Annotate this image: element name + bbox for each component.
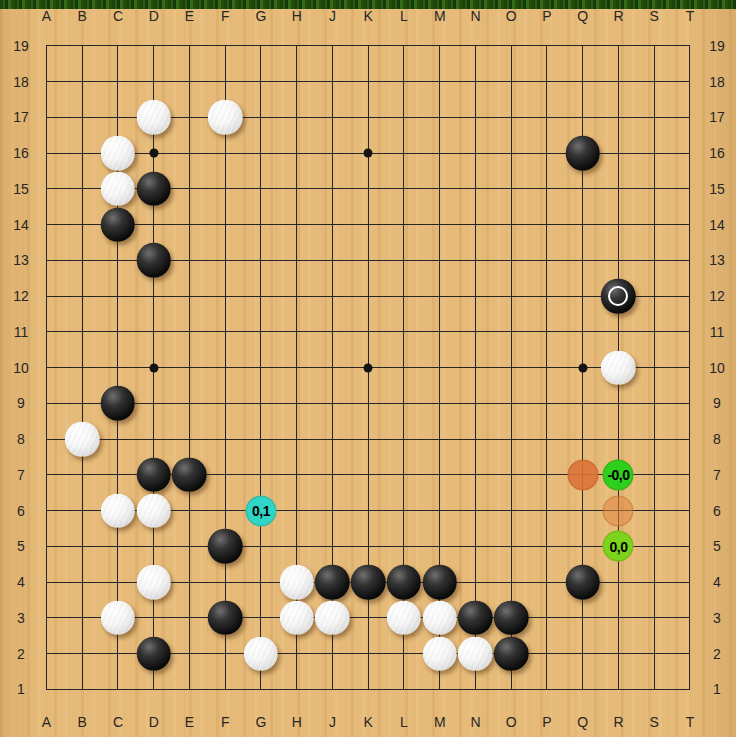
point-O5[interactable]: [493, 529, 529, 565]
point-K6[interactable]: [350, 493, 386, 529]
point-K19[interactable]: [350, 28, 386, 64]
point-Q1[interactable]: [565, 672, 601, 708]
point-C6[interactable]: [100, 493, 136, 529]
point-T14[interactable]: [672, 207, 708, 243]
point-L8[interactable]: [386, 421, 422, 457]
point-L5[interactable]: [386, 529, 422, 565]
point-P16[interactable]: [529, 135, 565, 171]
analysis-marker-Q7[interactable]: [567, 459, 598, 490]
point-O6[interactable]: [493, 493, 529, 529]
point-B3[interactable]: [64, 600, 100, 636]
point-M18[interactable]: [422, 64, 458, 100]
point-M12[interactable]: [422, 278, 458, 314]
point-K4[interactable]: [350, 564, 386, 600]
point-A6[interactable]: [29, 493, 65, 529]
point-M10[interactable]: [422, 350, 458, 386]
point-E17[interactable]: [172, 100, 208, 136]
point-L15[interactable]: [386, 171, 422, 207]
point-L1[interactable]: [386, 672, 422, 708]
point-R15[interactable]: [601, 171, 637, 207]
point-C13[interactable]: [100, 243, 136, 279]
point-E7[interactable]: [172, 457, 208, 493]
point-H8[interactable]: [279, 421, 315, 457]
point-G11[interactable]: [243, 314, 279, 350]
point-T11[interactable]: [672, 314, 708, 350]
point-M9[interactable]: [422, 386, 458, 422]
point-C18[interactable]: [100, 64, 136, 100]
point-Q14[interactable]: [565, 207, 601, 243]
point-G5[interactable]: [243, 529, 279, 565]
point-Q8[interactable]: [565, 421, 601, 457]
point-D1[interactable]: [136, 672, 172, 708]
point-D8[interactable]: [136, 421, 172, 457]
point-K15[interactable]: [350, 171, 386, 207]
point-K9[interactable]: [350, 386, 386, 422]
point-A2[interactable]: [29, 636, 65, 672]
point-F10[interactable]: [207, 350, 243, 386]
point-M8[interactable]: [422, 421, 458, 457]
point-H10[interactable]: [279, 350, 315, 386]
point-D15[interactable]: [136, 171, 172, 207]
point-N3[interactable]: [458, 600, 494, 636]
point-N4[interactable]: [458, 564, 494, 600]
point-P14[interactable]: [529, 207, 565, 243]
point-S14[interactable]: [636, 207, 672, 243]
point-A17[interactable]: [29, 100, 65, 136]
point-E19[interactable]: [172, 28, 208, 64]
point-C3[interactable]: [100, 600, 136, 636]
point-O8[interactable]: [493, 421, 529, 457]
point-L6[interactable]: [386, 493, 422, 529]
point-G15[interactable]: [243, 171, 279, 207]
point-J7[interactable]: [315, 457, 351, 493]
point-R2[interactable]: [601, 636, 637, 672]
point-E5[interactable]: [172, 529, 208, 565]
point-F1[interactable]: [207, 672, 243, 708]
point-B18[interactable]: [64, 64, 100, 100]
point-J2[interactable]: [315, 636, 351, 672]
point-S13[interactable]: [636, 243, 672, 279]
point-T1[interactable]: [672, 672, 708, 708]
point-H11[interactable]: [279, 314, 315, 350]
point-K13[interactable]: [350, 243, 386, 279]
point-O4[interactable]: [493, 564, 529, 600]
point-P12[interactable]: [529, 278, 565, 314]
point-N5[interactable]: [458, 529, 494, 565]
point-K2[interactable]: [350, 636, 386, 672]
point-H13[interactable]: [279, 243, 315, 279]
point-S8[interactable]: [636, 421, 672, 457]
point-C14[interactable]: [100, 207, 136, 243]
point-F7[interactable]: [207, 457, 243, 493]
point-J17[interactable]: [315, 100, 351, 136]
point-O16[interactable]: [493, 135, 529, 171]
point-Q12[interactable]: [565, 278, 601, 314]
point-L19[interactable]: [386, 28, 422, 64]
point-E6[interactable]: [172, 493, 208, 529]
point-Q17[interactable]: [565, 100, 601, 136]
point-N18[interactable]: [458, 64, 494, 100]
point-D2[interactable]: [136, 636, 172, 672]
point-S3[interactable]: [636, 600, 672, 636]
point-N11[interactable]: [458, 314, 494, 350]
point-A14[interactable]: [29, 207, 65, 243]
point-J10[interactable]: [315, 350, 351, 386]
point-B4[interactable]: [64, 564, 100, 600]
point-K16[interactable]: [350, 135, 386, 171]
point-S10[interactable]: [636, 350, 672, 386]
point-N6[interactable]: [458, 493, 494, 529]
point-B8[interactable]: [64, 421, 100, 457]
point-J16[interactable]: [315, 135, 351, 171]
point-P10[interactable]: [529, 350, 565, 386]
point-T3[interactable]: [672, 600, 708, 636]
point-R4[interactable]: [601, 564, 637, 600]
point-N8[interactable]: [458, 421, 494, 457]
point-B6[interactable]: [64, 493, 100, 529]
point-R7[interactable]: -0,0: [601, 457, 637, 493]
point-C8[interactable]: [100, 421, 136, 457]
point-C4[interactable]: [100, 564, 136, 600]
point-D19[interactable]: [136, 28, 172, 64]
point-S2[interactable]: [636, 636, 672, 672]
point-H4[interactable]: [279, 564, 315, 600]
point-T19[interactable]: [672, 28, 708, 64]
point-F13[interactable]: [207, 243, 243, 279]
point-G17[interactable]: [243, 100, 279, 136]
point-Q18[interactable]: [565, 64, 601, 100]
point-R14[interactable]: [601, 207, 637, 243]
point-T8[interactable]: [672, 421, 708, 457]
point-R8[interactable]: [601, 421, 637, 457]
point-T7[interactable]: [672, 457, 708, 493]
point-H9[interactable]: [279, 386, 315, 422]
point-J12[interactable]: [315, 278, 351, 314]
point-A11[interactable]: [29, 314, 65, 350]
point-N16[interactable]: [458, 135, 494, 171]
point-M17[interactable]: [422, 100, 458, 136]
point-M7[interactable]: [422, 457, 458, 493]
point-L12[interactable]: [386, 278, 422, 314]
point-Q9[interactable]: [565, 386, 601, 422]
point-J3[interactable]: [315, 600, 351, 636]
point-S12[interactable]: [636, 278, 672, 314]
point-M15[interactable]: [422, 171, 458, 207]
point-Q2[interactable]: [565, 636, 601, 672]
point-H1[interactable]: [279, 672, 315, 708]
point-D11[interactable]: [136, 314, 172, 350]
point-N7[interactable]: [458, 457, 494, 493]
point-P2[interactable]: [529, 636, 565, 672]
point-J1[interactable]: [315, 672, 351, 708]
point-P19[interactable]: [529, 28, 565, 64]
point-P13[interactable]: [529, 243, 565, 279]
point-D6[interactable]: [136, 493, 172, 529]
point-R6[interactable]: [601, 493, 637, 529]
point-C19[interactable]: [100, 28, 136, 64]
point-F11[interactable]: [207, 314, 243, 350]
point-J5[interactable]: [315, 529, 351, 565]
point-K12[interactable]: [350, 278, 386, 314]
point-C17[interactable]: [100, 100, 136, 136]
point-L16[interactable]: [386, 135, 422, 171]
point-J14[interactable]: [315, 207, 351, 243]
point-P18[interactable]: [529, 64, 565, 100]
point-H17[interactable]: [279, 100, 315, 136]
point-E3[interactable]: [172, 600, 208, 636]
point-S7[interactable]: [636, 457, 672, 493]
point-C11[interactable]: [100, 314, 136, 350]
point-E16[interactable]: [172, 135, 208, 171]
point-B11[interactable]: [64, 314, 100, 350]
point-N15[interactable]: [458, 171, 494, 207]
point-P6[interactable]: [529, 493, 565, 529]
point-C10[interactable]: [100, 350, 136, 386]
point-N12[interactable]: [458, 278, 494, 314]
point-A13[interactable]: [29, 243, 65, 279]
point-Q7[interactable]: [565, 457, 601, 493]
point-S16[interactable]: [636, 135, 672, 171]
point-E4[interactable]: [172, 564, 208, 600]
point-D16[interactable]: [136, 135, 172, 171]
point-M5[interactable]: [422, 529, 458, 565]
point-D17[interactable]: [136, 100, 172, 136]
point-O1[interactable]: [493, 672, 529, 708]
point-O7[interactable]: [493, 457, 529, 493]
point-M2[interactable]: [422, 636, 458, 672]
point-C15[interactable]: [100, 171, 136, 207]
point-J13[interactable]: [315, 243, 351, 279]
point-O2[interactable]: [493, 636, 529, 672]
point-S18[interactable]: [636, 64, 672, 100]
point-D4[interactable]: [136, 564, 172, 600]
point-G7[interactable]: [243, 457, 279, 493]
point-H12[interactable]: [279, 278, 315, 314]
point-H3[interactable]: [279, 600, 315, 636]
point-G2[interactable]: [243, 636, 279, 672]
point-B15[interactable]: [64, 171, 100, 207]
point-O10[interactable]: [493, 350, 529, 386]
point-O13[interactable]: [493, 243, 529, 279]
point-P1[interactable]: [529, 672, 565, 708]
point-P9[interactable]: [529, 386, 565, 422]
point-R16[interactable]: [601, 135, 637, 171]
point-O15[interactable]: [493, 171, 529, 207]
point-O17[interactable]: [493, 100, 529, 136]
point-T12[interactable]: [672, 278, 708, 314]
point-O9[interactable]: [493, 386, 529, 422]
point-A12[interactable]: [29, 278, 65, 314]
point-H15[interactable]: [279, 171, 315, 207]
point-K8[interactable]: [350, 421, 386, 457]
point-N19[interactable]: [458, 28, 494, 64]
point-B17[interactable]: [64, 100, 100, 136]
point-E14[interactable]: [172, 207, 208, 243]
point-L11[interactable]: [386, 314, 422, 350]
point-G6[interactable]: 0,1: [243, 493, 279, 529]
point-F5[interactable]: [207, 529, 243, 565]
point-J11[interactable]: [315, 314, 351, 350]
point-G4[interactable]: [243, 564, 279, 600]
point-Q6[interactable]: [565, 493, 601, 529]
point-P5[interactable]: [529, 529, 565, 565]
point-L10[interactable]: [386, 350, 422, 386]
point-F15[interactable]: [207, 171, 243, 207]
point-C16[interactable]: [100, 135, 136, 171]
point-E10[interactable]: [172, 350, 208, 386]
point-C5[interactable]: [100, 529, 136, 565]
point-L17[interactable]: [386, 100, 422, 136]
point-S1[interactable]: [636, 672, 672, 708]
point-L4[interactable]: [386, 564, 422, 600]
point-L9[interactable]: [386, 386, 422, 422]
point-L3[interactable]: [386, 600, 422, 636]
point-D9[interactable]: [136, 386, 172, 422]
point-T9[interactable]: [672, 386, 708, 422]
point-P11[interactable]: [529, 314, 565, 350]
point-T4[interactable]: [672, 564, 708, 600]
point-E8[interactable]: [172, 421, 208, 457]
point-K5[interactable]: [350, 529, 386, 565]
point-P4[interactable]: [529, 564, 565, 600]
point-A8[interactable]: [29, 421, 65, 457]
point-K3[interactable]: [350, 600, 386, 636]
point-N10[interactable]: [458, 350, 494, 386]
point-C9[interactable]: [100, 386, 136, 422]
point-B7[interactable]: [64, 457, 100, 493]
point-S17[interactable]: [636, 100, 672, 136]
point-K10[interactable]: [350, 350, 386, 386]
point-M14[interactable]: [422, 207, 458, 243]
point-H5[interactable]: [279, 529, 315, 565]
point-F6[interactable]: [207, 493, 243, 529]
point-D18[interactable]: [136, 64, 172, 100]
point-G12[interactable]: [243, 278, 279, 314]
point-N1[interactable]: [458, 672, 494, 708]
point-T16[interactable]: [672, 135, 708, 171]
point-D5[interactable]: [136, 529, 172, 565]
point-S9[interactable]: [636, 386, 672, 422]
point-H6[interactable]: [279, 493, 315, 529]
point-F19[interactable]: [207, 28, 243, 64]
point-G16[interactable]: [243, 135, 279, 171]
point-S19[interactable]: [636, 28, 672, 64]
point-B12[interactable]: [64, 278, 100, 314]
point-O3[interactable]: [493, 600, 529, 636]
point-G18[interactable]: [243, 64, 279, 100]
point-S5[interactable]: [636, 529, 672, 565]
point-M11[interactable]: [422, 314, 458, 350]
point-Q5[interactable]: [565, 529, 601, 565]
point-Q3[interactable]: [565, 600, 601, 636]
point-H14[interactable]: [279, 207, 315, 243]
point-F3[interactable]: [207, 600, 243, 636]
point-R19[interactable]: [601, 28, 637, 64]
point-J15[interactable]: [315, 171, 351, 207]
point-G14[interactable]: [243, 207, 279, 243]
point-L18[interactable]: [386, 64, 422, 100]
point-D14[interactable]: [136, 207, 172, 243]
point-T5[interactable]: [672, 529, 708, 565]
point-Q16[interactable]: [565, 135, 601, 171]
point-T6[interactable]: [672, 493, 708, 529]
point-E12[interactable]: [172, 278, 208, 314]
point-J6[interactable]: [315, 493, 351, 529]
point-Q19[interactable]: [565, 28, 601, 64]
point-Q13[interactable]: [565, 243, 601, 279]
point-M6[interactable]: [422, 493, 458, 529]
point-R17[interactable]: [601, 100, 637, 136]
point-R18[interactable]: [601, 64, 637, 100]
point-B16[interactable]: [64, 135, 100, 171]
point-D12[interactable]: [136, 278, 172, 314]
point-L7[interactable]: [386, 457, 422, 493]
point-E11[interactable]: [172, 314, 208, 350]
point-P3[interactable]: [529, 600, 565, 636]
point-O11[interactable]: [493, 314, 529, 350]
point-B10[interactable]: [64, 350, 100, 386]
point-J9[interactable]: [315, 386, 351, 422]
point-O18[interactable]: [493, 64, 529, 100]
point-H18[interactable]: [279, 64, 315, 100]
point-P8[interactable]: [529, 421, 565, 457]
point-A10[interactable]: [29, 350, 65, 386]
point-C1[interactable]: [100, 672, 136, 708]
point-A7[interactable]: [29, 457, 65, 493]
point-G3[interactable]: [243, 600, 279, 636]
point-S11[interactable]: [636, 314, 672, 350]
point-A19[interactable]: [29, 28, 65, 64]
point-H19[interactable]: [279, 28, 315, 64]
point-A15[interactable]: [29, 171, 65, 207]
point-D13[interactable]: [136, 243, 172, 279]
point-B9[interactable]: [64, 386, 100, 422]
point-J19[interactable]: [315, 28, 351, 64]
point-E13[interactable]: [172, 243, 208, 279]
point-H2[interactable]: [279, 636, 315, 672]
point-L14[interactable]: [386, 207, 422, 243]
analysis-marker-G6[interactable]: 0,1: [245, 495, 276, 526]
point-P7[interactable]: [529, 457, 565, 493]
point-T15[interactable]: [672, 171, 708, 207]
point-P15[interactable]: [529, 171, 565, 207]
point-J4[interactable]: [315, 564, 351, 600]
point-N9[interactable]: [458, 386, 494, 422]
analysis-marker-R6[interactable]: [603, 495, 634, 526]
point-K11[interactable]: [350, 314, 386, 350]
point-A3[interactable]: [29, 600, 65, 636]
point-D7[interactable]: [136, 457, 172, 493]
point-A18[interactable]: [29, 64, 65, 100]
point-N13[interactable]: [458, 243, 494, 279]
point-L13[interactable]: [386, 243, 422, 279]
point-K1[interactable]: [350, 672, 386, 708]
point-S6[interactable]: [636, 493, 672, 529]
point-G19[interactable]: [243, 28, 279, 64]
point-F2[interactable]: [207, 636, 243, 672]
point-S15[interactable]: [636, 171, 672, 207]
point-R1[interactable]: [601, 672, 637, 708]
point-K17[interactable]: [350, 100, 386, 136]
point-E18[interactable]: [172, 64, 208, 100]
point-D10[interactable]: [136, 350, 172, 386]
point-C7[interactable]: [100, 457, 136, 493]
point-R10[interactable]: [601, 350, 637, 386]
point-M13[interactable]: [422, 243, 458, 279]
point-A4[interactable]: [29, 564, 65, 600]
point-Q10[interactable]: [565, 350, 601, 386]
point-Q4[interactable]: [565, 564, 601, 600]
